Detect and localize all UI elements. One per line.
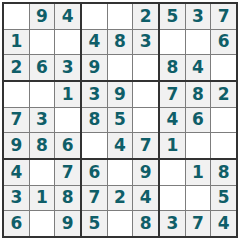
cell-r4c6[interactable] <box>133 82 158 107</box>
box-1-3: 537684 <box>160 4 236 80</box>
cell-r2c8[interactable] <box>186 30 211 55</box>
cell-r9c1[interactable]: 6 <box>4 211 29 236</box>
cell-r1c9[interactable]: 7 <box>211 4 236 29</box>
cell-r2c2[interactable] <box>30 30 55 55</box>
cell-r7c4[interactable]: 6 <box>82 160 107 185</box>
cell-r4c3[interactable]: 1 <box>55 82 80 107</box>
cell-r9c5[interactable] <box>108 211 133 236</box>
cell-r7c7[interactable] <box>160 160 185 185</box>
cell-r1c3[interactable]: 4 <box>55 4 80 29</box>
cell-r6c6[interactable]: 7 <box>133 133 158 158</box>
cell-r3c8[interactable]: 4 <box>186 55 211 80</box>
cell-r2c4[interactable]: 4 <box>82 30 107 55</box>
cell-r8c9[interactable]: 5 <box>211 186 236 211</box>
cell-r5c5[interactable]: 5 <box>108 108 133 133</box>
cell-r9c4[interactable]: 5 <box>82 211 107 236</box>
cell-r3c2[interactable]: 6 <box>30 55 55 80</box>
cell-r8c1[interactable]: 3 <box>4 186 29 211</box>
cell-r6c4[interactable] <box>82 133 107 158</box>
cell-r3c9[interactable] <box>211 55 236 80</box>
cell-r1c8[interactable]: 3 <box>186 4 211 29</box>
cell-r1c5[interactable] <box>108 4 133 29</box>
cell-r4c2[interactable] <box>30 82 55 107</box>
cell-r3c6[interactable] <box>133 55 158 80</box>
box-2-3: 782461 <box>160 82 236 158</box>
sudoku-board: 9412632483953768417398639854778246147318… <box>2 2 238 238</box>
cell-r4c4[interactable]: 3 <box>82 82 107 107</box>
box-1-1: 941263 <box>4 4 80 80</box>
box-3-3: 185374 <box>160 160 236 236</box>
cell-r1c7[interactable]: 5 <box>160 4 185 29</box>
cell-r5c2[interactable]: 3 <box>30 108 55 133</box>
box-2-1: 173986 <box>4 82 80 158</box>
cell-r3c7[interactable]: 8 <box>160 55 185 80</box>
cell-r4c9[interactable]: 2 <box>211 82 236 107</box>
box-1-2: 24839 <box>82 4 158 80</box>
cell-r7c9[interactable]: 8 <box>211 160 236 185</box>
cell-r3c1[interactable]: 2 <box>4 55 29 80</box>
cell-r5c4[interactable]: 8 <box>82 108 107 133</box>
cell-r6c9[interactable] <box>211 133 236 158</box>
cell-r9c9[interactable]: 4 <box>211 211 236 236</box>
cell-r6c1[interactable]: 9 <box>4 133 29 158</box>
cell-r9c8[interactable]: 7 <box>186 211 211 236</box>
cell-r8c3[interactable]: 8 <box>55 186 80 211</box>
cell-r3c3[interactable]: 3 <box>55 55 80 80</box>
sudoku-page: 9412632483953768417398639854778246147318… <box>0 2 240 240</box>
cell-r7c5[interactable] <box>108 160 133 185</box>
cell-r5c3[interactable] <box>55 108 80 133</box>
cell-r4c7[interactable]: 7 <box>160 82 185 107</box>
cell-r5c8[interactable]: 6 <box>186 108 211 133</box>
cell-r7c2[interactable] <box>30 160 55 185</box>
cell-r5c7[interactable]: 4 <box>160 108 185 133</box>
cell-r5c9[interactable] <box>211 108 236 133</box>
cell-r7c8[interactable]: 1 <box>186 160 211 185</box>
cell-r7c1[interactable]: 4 <box>4 160 29 185</box>
cell-r9c3[interactable]: 9 <box>55 211 80 236</box>
cell-r6c8[interactable] <box>186 133 211 158</box>
cell-r6c5[interactable]: 4 <box>108 133 133 158</box>
cell-r2c1[interactable]: 1 <box>4 30 29 55</box>
cell-r5c6[interactable] <box>133 108 158 133</box>
cell-r3c4[interactable]: 9 <box>82 55 107 80</box>
cell-r4c1[interactable] <box>4 82 29 107</box>
cell-r7c3[interactable]: 7 <box>55 160 80 185</box>
cell-r1c1[interactable] <box>4 4 29 29</box>
cell-r5c1[interactable]: 7 <box>4 108 29 133</box>
cell-r6c3[interactable]: 6 <box>55 133 80 158</box>
cell-r9c6[interactable]: 8 <box>133 211 158 236</box>
cell-r1c2[interactable]: 9 <box>30 4 55 29</box>
cell-r7c6[interactable]: 9 <box>133 160 158 185</box>
cell-r2c9[interactable]: 6 <box>211 30 236 55</box>
cell-r2c6[interactable]: 3 <box>133 30 158 55</box>
cell-r4c5[interactable]: 9 <box>108 82 133 107</box>
cell-r6c7[interactable]: 1 <box>160 133 185 158</box>
cell-r8c6[interactable]: 4 <box>133 186 158 211</box>
cell-r8c8[interactable] <box>186 186 211 211</box>
cell-r6c2[interactable]: 8 <box>30 133 55 158</box>
cell-r9c2[interactable] <box>30 211 55 236</box>
cell-r8c4[interactable]: 7 <box>82 186 107 211</box>
box-2-2: 398547 <box>82 82 158 158</box>
box-3-1: 4731869 <box>4 160 80 236</box>
cell-r2c5[interactable]: 8 <box>108 30 133 55</box>
cell-r3c5[interactable] <box>108 55 133 80</box>
cell-r2c7[interactable] <box>160 30 185 55</box>
cell-r8c2[interactable]: 1 <box>30 186 55 211</box>
cell-r1c6[interactable]: 2 <box>133 4 158 29</box>
cell-r2c3[interactable] <box>55 30 80 55</box>
cell-r8c5[interactable]: 2 <box>108 186 133 211</box>
cell-r1c4[interactable] <box>82 4 107 29</box>
box-3-2: 6972458 <box>82 160 158 236</box>
cell-r9c7[interactable]: 3 <box>160 211 185 236</box>
cell-r8c7[interactable] <box>160 186 185 211</box>
cell-r4c8[interactable]: 8 <box>186 82 211 107</box>
